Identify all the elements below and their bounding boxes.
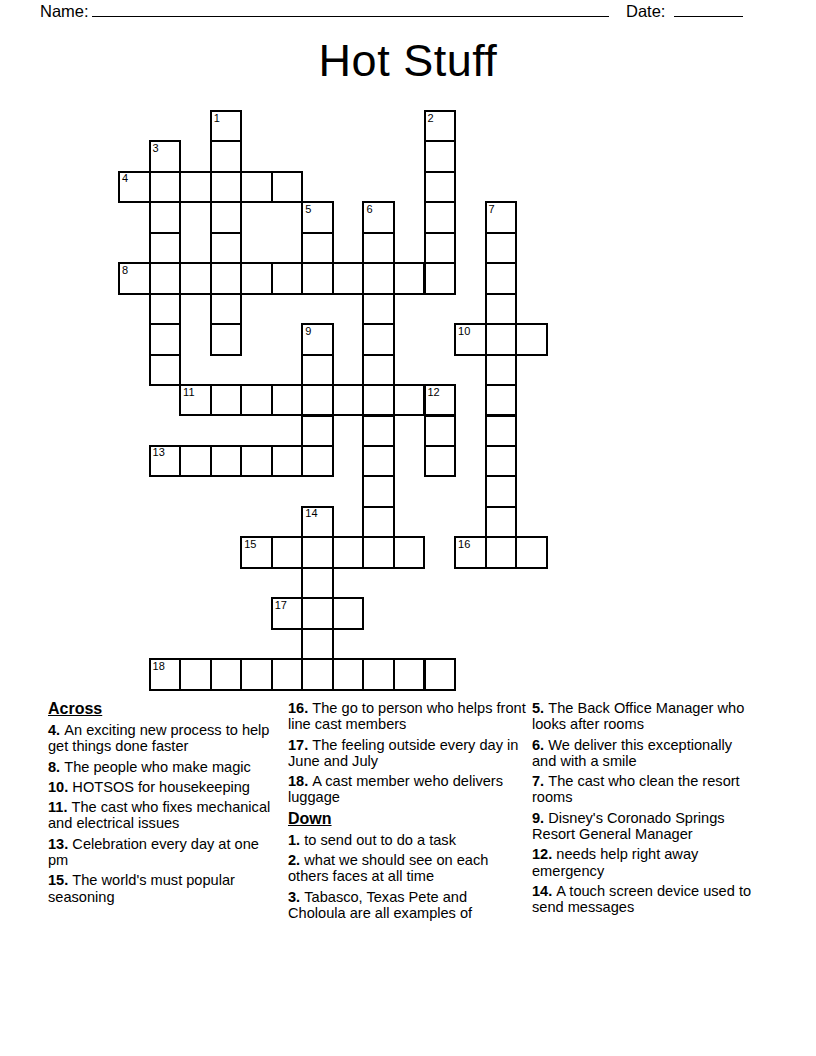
cell-number-7: 7 — [489, 204, 495, 215]
grid-cell-r5c7[interactable] — [332, 262, 365, 294]
grid-cell-r18c3[interactable] — [210, 658, 243, 690]
grid-cell-r11c2[interactable] — [179, 445, 212, 477]
grid-cell-r7c6[interactable]: 9 — [301, 323, 334, 355]
grid-cell-r14c9[interactable] — [393, 536, 426, 568]
clue-3: 3. Tabasco, Texas Pete and Choloula are … — [288, 889, 526, 922]
clue-8: 8. The people who make magic — [48, 759, 276, 775]
grid-cell-r4c10[interactable] — [424, 232, 457, 264]
grid-cell-r14c7[interactable] — [332, 536, 365, 568]
grid-cell-r9c3[interactable] — [210, 384, 243, 416]
clue-number-label: 7. — [532, 773, 548, 789]
clues-header-down: Down — [288, 810, 526, 827]
grid-cell-r11c1[interactable]: 13 — [149, 445, 182, 477]
clue-13: 13. Celebration every day at one pm — [48, 836, 276, 869]
crossword-grid: 123456789101112131415161718 — [118, 110, 548, 690]
grid-cell-r11c8[interactable] — [362, 445, 395, 477]
grid-cell-r7c11[interactable]: 10 — [454, 323, 487, 355]
clue-number-label: 9. — [532, 810, 548, 826]
clue-17: 17. The feeling outside every day in Jun… — [288, 737, 526, 770]
grid-cell-r5c8[interactable] — [362, 262, 395, 294]
clue-11: 11. The cast who fixes mechanical and el… — [48, 799, 276, 832]
grid-cell-r0c10[interactable]: 2 — [424, 110, 457, 142]
grid-cell-r11c10[interactable] — [424, 445, 457, 477]
grid-cell-r12c12[interactable] — [485, 475, 518, 507]
grid-cell-r4c3[interactable] — [210, 232, 243, 264]
name-blank-line[interactable] — [92, 0, 609, 17]
cell-number-1: 1 — [214, 113, 220, 124]
grid-cell-r3c12[interactable]: 7 — [485, 201, 518, 233]
clue-number-label: 4. — [48, 722, 64, 738]
grid-cell-r2c5[interactable] — [271, 171, 304, 203]
clues-header-across: Across — [48, 700, 276, 717]
puzzle-title: Hot Stuff — [0, 36, 816, 86]
grid-cell-r4c12[interactable] — [485, 232, 518, 264]
grid-cell-r1c1[interactable]: 3 — [149, 140, 182, 172]
grid-cell-r5c2[interactable] — [179, 262, 212, 294]
grid-cell-r11c6[interactable] — [301, 445, 334, 477]
grid-cell-r2c4[interactable] — [240, 171, 273, 203]
grid-cell-r9c2[interactable]: 11 — [179, 384, 212, 416]
clue-2: 2. what we should see on each others fac… — [288, 852, 526, 885]
grid-cell-r11c12[interactable] — [485, 445, 518, 477]
name-label: Name: — [40, 2, 89, 20]
grid-cell-r9c6[interactable] — [301, 384, 334, 416]
grid-cell-r7c3[interactable] — [210, 323, 243, 355]
clue-1: 1. to send out to do a task — [288, 832, 526, 848]
grid-cell-r1c10[interactable] — [424, 140, 457, 172]
clues-column-left: Across4. An exciting new process to help… — [48, 700, 276, 909]
clue-number-label: 17. — [288, 737, 312, 753]
grid-cell-r10c6[interactable] — [301, 415, 334, 447]
cell-number-15: 15 — [244, 539, 256, 550]
grid-cell-r9c5[interactable] — [271, 384, 304, 416]
grid-cell-r5c3[interactable] — [210, 262, 243, 294]
grid-cell-r9c10[interactable]: 12 — [424, 384, 457, 416]
clue-15: 15. The world's must popular seasoning — [48, 872, 276, 905]
clue-18: 18. A cast member weho delivers luggage — [288, 773, 526, 806]
clue-number-label: 14. — [532, 883, 556, 899]
grid-cell-r14c6[interactable] — [301, 536, 334, 568]
grid-cell-r18c7[interactable] — [332, 658, 365, 690]
clue-10: 10. HOTSOS for housekeeping — [48, 779, 276, 795]
clue-number-label: 3. — [288, 889, 304, 905]
grid-cell-r2c2[interactable] — [179, 171, 212, 203]
grid-cell-r14c4[interactable]: 15 — [240, 536, 273, 568]
grid-cell-r9c4[interactable] — [240, 384, 273, 416]
clue-9: 9. Disney's Coronado Springs Resort Gene… — [532, 810, 760, 843]
cell-number-17: 17 — [275, 600, 287, 611]
clue-6: 6. We deliver this exceptionally and wit… — [532, 737, 760, 770]
cell-number-6: 6 — [366, 204, 372, 215]
grid-cell-r5c12[interactable] — [485, 262, 518, 294]
grid-cell-r2c1[interactable] — [149, 171, 182, 203]
grid-cell-r4c1[interactable] — [149, 232, 182, 264]
grid-cell-r3c8[interactable]: 6 — [362, 201, 395, 233]
grid-cell-r5c0[interactable]: 8 — [118, 262, 151, 294]
grid-cell-r2c10[interactable] — [424, 171, 457, 203]
grid-cell-r7c12[interactable] — [485, 323, 518, 355]
grid-cell-r18c1[interactable]: 18 — [149, 658, 182, 690]
grid-cell-r8c1[interactable] — [149, 354, 182, 386]
grid-cell-r5c6[interactable] — [301, 262, 334, 294]
grid-cell-r5c10[interactable] — [424, 262, 457, 294]
grid-cell-r3c3[interactable] — [210, 201, 243, 233]
grid-cell-r7c8[interactable] — [362, 323, 395, 355]
cell-number-8: 8 — [122, 265, 128, 276]
grid-cell-r11c4[interactable] — [240, 445, 273, 477]
grid-cell-r18c8[interactable] — [362, 658, 395, 690]
grid-cell-r1c3[interactable] — [210, 140, 243, 172]
grid-cell-r11c3[interactable] — [210, 445, 243, 477]
grid-cell-r5c1[interactable] — [149, 262, 182, 294]
clue-14: 14. A touch screen device used to send m… — [532, 883, 760, 916]
clue-7: 7. The cast who clean the resort rooms — [532, 773, 760, 806]
grid-cell-r9c9[interactable] — [393, 384, 426, 416]
clue-number-label: 2. — [288, 852, 304, 868]
grid-cell-r17c6[interactable] — [301, 628, 334, 660]
clue-number-label: 16. — [288, 700, 312, 716]
clues-column-right: 5. The Back Office Manager who looks aft… — [532, 700, 760, 920]
grid-cell-r3c10[interactable] — [424, 201, 457, 233]
clue-number-label: 12. — [532, 846, 556, 862]
cell-number-2: 2 — [428, 113, 434, 124]
cell-number-12: 12 — [428, 387, 440, 398]
cell-number-11: 11 — [183, 387, 194, 398]
clue-16: 16. The go to person who helps front lin… — [288, 700, 526, 733]
grid-cell-r8c12[interactable] — [485, 354, 518, 386]
grid-cell-r5c4[interactable] — [240, 262, 273, 294]
clue-5: 5. The Back Office Manager who looks aft… — [532, 700, 760, 733]
grid-cell-r2c3[interactable] — [210, 171, 243, 203]
cell-number-9: 9 — [305, 326, 311, 337]
clue-4: 4. An exciting new process to help get t… — [48, 722, 276, 755]
clue-number-label: 15. — [48, 872, 72, 888]
grid-cell-r9c7[interactable] — [332, 384, 365, 416]
clue-number-label: 1. — [288, 832, 304, 848]
grid-cell-r8c8[interactable] — [362, 354, 395, 386]
clue-number-label: 6. — [532, 737, 548, 753]
grid-cell-r14c5[interactable] — [271, 536, 304, 568]
grid-cell-r2c0[interactable]: 4 — [118, 171, 151, 203]
cell-number-10: 10 — [458, 326, 470, 337]
grid-cell-r16c7[interactable] — [332, 597, 365, 629]
grid-cell-r10c10[interactable] — [424, 415, 457, 447]
grid-cell-r11c5[interactable] — [271, 445, 304, 477]
cell-number-18: 18 — [153, 661, 165, 672]
grid-cell-r3c6[interactable]: 5 — [301, 201, 334, 233]
clue-number-label: 18. — [288, 773, 312, 789]
crossword-worksheet: Name: Date: Hot Stuff 123456789101112131… — [0, 0, 816, 1056]
cell-number-16: 16 — [458, 539, 470, 550]
grid-cell-r18c10[interactable] — [424, 658, 457, 690]
grid-cell-r9c8[interactable] — [362, 384, 395, 416]
grid-cell-r18c5[interactable] — [271, 658, 304, 690]
clue-12: 12. needs help right away emergency — [532, 846, 760, 879]
grid-cell-r8c6[interactable] — [301, 354, 334, 386]
grid-cell-r16c6[interactable] — [301, 597, 334, 629]
grid-cell-r7c1[interactable] — [149, 323, 182, 355]
cell-number-3: 3 — [153, 143, 159, 154]
clue-number-label: 8. — [48, 759, 64, 775]
grid-cell-r10c12[interactable] — [485, 415, 518, 447]
cell-number-4: 4 — [122, 173, 128, 184]
clues-column-middle: 16. The go to person who helps front lin… — [288, 700, 526, 925]
grid-cell-r6c12[interactable] — [485, 293, 518, 325]
grid-cell-r3c1[interactable] — [149, 201, 182, 233]
grid-cell-r10c8[interactable] — [362, 415, 395, 447]
date-blank-line[interactable] — [674, 0, 743, 17]
clue-number-label: 10. — [48, 779, 72, 795]
grid-cell-r15c6[interactable] — [301, 567, 334, 599]
grid-cell-r5c5[interactable] — [271, 262, 304, 294]
grid-cell-r18c2[interactable] — [179, 658, 212, 690]
clue-number-label: 11. — [48, 799, 72, 815]
date-label: Date: — [626, 2, 665, 20]
grid-cell-r4c6[interactable] — [301, 232, 334, 264]
grid-cell-r14c12[interactable] — [485, 536, 518, 568]
grid-cell-r4c8[interactable] — [362, 232, 395, 264]
grid-cell-r6c1[interactable] — [149, 293, 182, 325]
grid-cell-r18c9[interactable] — [393, 658, 426, 690]
grid-cell-r7c13[interactable] — [515, 323, 548, 355]
grid-cell-r16c5[interactable]: 17 — [271, 597, 304, 629]
grid-cell-r13c12[interactable] — [485, 506, 518, 538]
cell-number-5: 5 — [305, 204, 311, 215]
cell-number-13: 13 — [153, 447, 165, 458]
grid-cell-r14c11[interactable]: 16 — [454, 536, 487, 568]
grid-cell-r9c12[interactable] — [485, 384, 518, 416]
grid-cell-r13c6[interactable]: 14 — [301, 506, 334, 538]
grid-cell-r18c6[interactable] — [301, 658, 334, 690]
grid-cell-r13c8[interactable] — [362, 506, 395, 538]
cell-number-14: 14 — [305, 508, 317, 519]
grid-cell-r14c13[interactable] — [515, 536, 548, 568]
grid-cell-r18c4[interactable] — [240, 658, 273, 690]
grid-cell-r14c8[interactable] — [362, 536, 395, 568]
clue-number-label: 5. — [532, 700, 548, 716]
grid-cell-r12c8[interactable] — [362, 475, 395, 507]
clue-number-label: 13. — [48, 836, 72, 852]
grid-cell-r0c3[interactable]: 1 — [210, 110, 243, 142]
grid-cell-r6c8[interactable] — [362, 293, 395, 325]
grid-cell-r5c9[interactable] — [393, 262, 426, 294]
grid-cell-r6c3[interactable] — [210, 293, 243, 325]
